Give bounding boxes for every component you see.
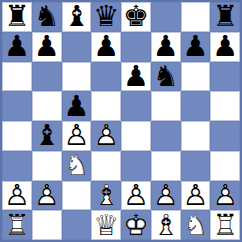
square-c7[interactable]	[62, 32, 92, 62]
piece-white-knight[interactable]: ♞♘	[62, 151, 92, 181]
piece-black-pawn[interactable]: ♟	[62, 91, 92, 121]
piece-black-knight[interactable]: ♞	[32, 2, 62, 32]
square-a8[interactable]: ♜	[2, 2, 32, 32]
white-pawn-icon: ♙	[91, 121, 121, 151]
square-f2[interactable]: ♟♙	[151, 181, 181, 211]
white-knight-icon: ♘	[62, 151, 92, 181]
piece-white-king[interactable]: ♚♔	[121, 210, 151, 240]
square-c3[interactable]: ♞♘	[62, 151, 92, 181]
piece-white-rook[interactable]: ♜♖	[2, 210, 32, 240]
square-h2[interactable]: ♟♙	[210, 181, 240, 211]
black-rook-icon: ♜	[2, 2, 32, 32]
piece-white-pawn[interactable]: ♟♙	[210, 181, 240, 211]
square-b2[interactable]: ♟♙	[32, 181, 62, 211]
black-king-icon: ♚	[121, 2, 151, 32]
piece-white-rook[interactable]: ♜♖	[210, 210, 240, 240]
square-d4[interactable]: ♟♙	[91, 121, 121, 151]
square-f7[interactable]: ♟	[151, 32, 181, 62]
square-b8[interactable]: ♞	[32, 2, 62, 32]
square-d8[interactable]: ♛	[91, 2, 121, 32]
white-pawn-icon: ♙	[181, 181, 211, 211]
square-f4[interactable]	[151, 121, 181, 151]
square-g7[interactable]: ♟	[181, 32, 211, 62]
piece-white-pawn[interactable]: ♟♙	[91, 121, 121, 151]
square-b6[interactable]	[32, 62, 62, 92]
piece-black-rook[interactable]: ♜	[210, 2, 240, 32]
square-e1[interactable]: ♚♔	[121, 210, 151, 240]
black-rook-icon: ♜	[210, 2, 240, 32]
black-pawn-icon: ♟	[210, 32, 240, 62]
square-a5[interactable]	[2, 91, 32, 121]
piece-black-king[interactable]: ♚	[121, 2, 151, 32]
black-queen-icon: ♛	[91, 2, 121, 32]
square-d2[interactable]: ♝♗	[91, 181, 121, 211]
piece-black-knight[interactable]: ♞	[151, 62, 181, 92]
square-h5[interactable]	[210, 91, 240, 121]
black-pawn-icon: ♟	[32, 32, 62, 62]
square-d3[interactable]	[91, 151, 121, 181]
black-pawn-icon: ♟	[91, 32, 121, 62]
square-g4[interactable]	[181, 121, 211, 151]
square-a7[interactable]: ♟	[2, 32, 32, 62]
square-e7[interactable]	[121, 32, 151, 62]
piece-white-pawn[interactable]: ♟♙	[2, 181, 32, 211]
piece-black-bishop[interactable]: ♝	[62, 2, 92, 32]
white-king-icon: ♔	[121, 210, 151, 240]
piece-white-bishop[interactable]: ♝♗	[91, 181, 121, 211]
square-d1[interactable]: ♛♕	[91, 210, 121, 240]
square-h4[interactable]	[210, 121, 240, 151]
piece-white-queen[interactable]: ♛♕	[91, 210, 121, 240]
square-b4[interactable]: ♝	[32, 121, 62, 151]
white-queen-icon: ♕	[91, 210, 121, 240]
piece-black-pawn[interactable]: ♟	[2, 32, 32, 62]
white-rook-icon: ♖	[2, 210, 32, 240]
chess-board: ♜♞♝♛♚♜♟♟♟♟♟♟♟♞♟♝♟♙♟♙♞♘♟♙♟♙♝♗♟♙♟♙♟♙♟♙♜♖♛♕…	[0, 0, 242, 242]
black-pawn-icon: ♟	[181, 32, 211, 62]
piece-black-pawn[interactable]: ♟	[91, 32, 121, 62]
piece-black-pawn[interactable]: ♟	[181, 32, 211, 62]
square-c6[interactable]	[62, 62, 92, 92]
square-a3[interactable]	[2, 151, 32, 181]
square-h8[interactable]: ♜	[210, 2, 240, 32]
square-e8[interactable]: ♚	[121, 2, 151, 32]
square-f5[interactable]	[151, 91, 181, 121]
square-c8[interactable]: ♝	[62, 2, 92, 32]
white-knight-icon: ♘	[181, 210, 211, 240]
black-knight-icon: ♞	[32, 2, 62, 32]
square-f1[interactable]: ♝♗	[151, 210, 181, 240]
square-f8[interactable]	[151, 2, 181, 32]
white-pawn-icon: ♙	[151, 181, 181, 211]
black-pawn-icon: ♟	[151, 32, 181, 62]
square-g6[interactable]	[181, 62, 211, 92]
square-b1[interactable]	[32, 210, 62, 240]
piece-white-pawn[interactable]: ♟♙	[62, 121, 92, 151]
square-b5[interactable]	[32, 91, 62, 121]
piece-white-knight[interactable]: ♞♘	[181, 210, 211, 240]
white-bishop-icon: ♗	[91, 181, 121, 211]
white-rook-icon: ♖	[210, 210, 240, 240]
white-pawn-icon: ♙	[210, 181, 240, 211]
piece-white-pawn[interactable]: ♟♙	[121, 181, 151, 211]
piece-black-rook[interactable]: ♜	[2, 2, 32, 32]
square-g1[interactable]: ♞♘	[181, 210, 211, 240]
square-g3[interactable]	[181, 151, 211, 181]
white-pawn-icon: ♙	[62, 121, 92, 151]
square-b7[interactable]: ♟	[32, 32, 62, 62]
black-pawn-icon: ♟	[2, 32, 32, 62]
black-bishop-icon: ♝	[62, 2, 92, 32]
square-a6[interactable]	[2, 62, 32, 92]
piece-white-pawn[interactable]: ♟♙	[151, 181, 181, 211]
piece-white-pawn[interactable]: ♟♙	[32, 181, 62, 211]
piece-black-bishop[interactable]: ♝	[32, 121, 62, 151]
square-c2[interactable]	[62, 181, 92, 211]
square-g8[interactable]	[181, 2, 211, 32]
square-h1[interactable]: ♜♖	[210, 210, 240, 240]
square-h6[interactable]	[210, 62, 240, 92]
piece-white-pawn[interactable]: ♟♙	[181, 181, 211, 211]
black-pawn-icon: ♟	[62, 91, 92, 121]
square-d6[interactable]	[91, 62, 121, 92]
white-pawn-icon: ♙	[121, 181, 151, 211]
white-bishop-icon: ♗	[151, 210, 181, 240]
square-a1[interactable]: ♜♖	[2, 210, 32, 240]
square-e4[interactable]	[121, 121, 151, 151]
square-f3[interactable]	[151, 151, 181, 181]
square-d5[interactable]	[91, 91, 121, 121]
piece-black-pawn[interactable]: ♟	[32, 32, 62, 62]
piece-black-pawn[interactable]: ♟	[121, 62, 151, 92]
piece-black-pawn[interactable]: ♟	[210, 32, 240, 62]
piece-black-pawn[interactable]: ♟	[151, 32, 181, 62]
square-h3[interactable]	[210, 151, 240, 181]
square-d7[interactable]: ♟	[91, 32, 121, 62]
square-c1[interactable]	[62, 210, 92, 240]
square-g2[interactable]: ♟♙	[181, 181, 211, 211]
black-pawn-icon: ♟	[121, 62, 151, 92]
white-pawn-icon: ♙	[2, 181, 32, 211]
square-e3[interactable]	[121, 151, 151, 181]
square-a4[interactable]	[2, 121, 32, 151]
square-h7[interactable]: ♟	[210, 32, 240, 62]
white-pawn-icon: ♙	[32, 181, 62, 211]
square-e5[interactable]	[121, 91, 151, 121]
square-a2[interactable]: ♟♙	[2, 181, 32, 211]
black-knight-icon: ♞	[151, 62, 181, 92]
square-f6[interactable]: ♞	[151, 62, 181, 92]
piece-white-bishop[interactable]: ♝♗	[151, 210, 181, 240]
square-e2[interactable]: ♟♙	[121, 181, 151, 211]
black-bishop-icon: ♝	[32, 121, 62, 151]
square-g5[interactable]	[181, 91, 211, 121]
square-b3[interactable]	[32, 151, 62, 181]
square-e6[interactable]: ♟	[121, 62, 151, 92]
square-c5[interactable]: ♟	[62, 91, 92, 121]
piece-black-queen[interactable]: ♛	[91, 2, 121, 32]
square-c4[interactable]: ♟♙	[62, 121, 92, 151]
